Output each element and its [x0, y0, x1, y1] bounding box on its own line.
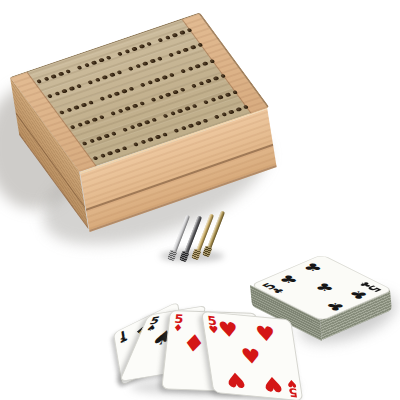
peg-hole[interactable] [177, 108, 184, 113]
peg-hole[interactable] [187, 66, 194, 71]
peg-hole[interactable] [131, 46, 138, 51]
peg-hole[interactable] [179, 87, 186, 92]
peg-hole[interactable] [46, 94, 53, 99]
peg-hole[interactable] [154, 77, 161, 82]
clubs-pip: ♣ [303, 262, 322, 273]
peg-hole[interactable] [128, 86, 135, 91]
peg-hole[interactable] [228, 109, 235, 114]
peg-hole[interactable] [99, 153, 106, 158]
peg-hole[interactable] [129, 125, 136, 130]
peg-hole[interactable] [99, 96, 106, 101]
peg-hole[interactable] [68, 86, 75, 91]
peg-hole[interactable] [161, 75, 168, 80]
peg-hole[interactable] [133, 142, 140, 147]
peg-hole[interactable] [194, 64, 201, 69]
peg-hole[interactable] [172, 33, 179, 38]
peg-hole[interactable] [96, 136, 103, 141]
peg-hole[interactable] [66, 107, 73, 112]
clubs-suit-icon: ♣ [119, 336, 129, 346]
peg-hole[interactable] [221, 112, 228, 117]
peg-hole[interactable] [124, 49, 131, 54]
peg-hole[interactable] [213, 76, 220, 81]
peg-hole[interactable] [140, 139, 147, 144]
peg-hole[interactable] [157, 56, 164, 61]
peg-hole[interactable] [165, 92, 172, 97]
peg-hole[interactable] [58, 71, 65, 76]
peg-hole[interactable] [83, 63, 90, 68]
peg-hole[interactable] [76, 84, 83, 89]
peg-hole[interactable] [154, 134, 161, 139]
peg-hole[interactable] [111, 131, 118, 136]
peg-hole[interactable] [76, 65, 83, 70]
peg-hole[interactable] [84, 120, 91, 125]
clubs-pip: ♣ [315, 282, 334, 293]
peg-hole[interactable] [142, 61, 149, 66]
hearts-pip: ♥ [224, 368, 247, 390]
hearts-pip: ♥ [240, 346, 263, 368]
peg-hole[interactable] [91, 60, 98, 65]
peg-hole-field [11, 14, 199, 78]
peg-hole[interactable] [139, 82, 146, 87]
peg-hole[interactable] [225, 92, 232, 97]
peg-hole[interactable] [36, 79, 43, 84]
peg-hole[interactable] [217, 95, 224, 100]
peg-hole[interactable] [135, 64, 142, 69]
card-index: 5♥ [286, 377, 299, 398]
peg-hole[interactable] [69, 125, 76, 130]
peg-hole[interactable] [169, 111, 176, 116]
card-index: J♣ [118, 329, 129, 346]
peg-hole[interactable] [198, 81, 205, 86]
peg-hole[interactable] [205, 78, 212, 83]
peg-hole[interactable] [149, 59, 156, 64]
peg-hole[interactable] [151, 117, 158, 122]
peg-hole[interactable] [121, 146, 128, 151]
peg-hole[interactable] [107, 151, 114, 156]
peg-hole[interactable] [195, 121, 202, 126]
peg-hole[interactable] [139, 44, 146, 49]
peg-hole[interactable] [88, 100, 95, 105]
peg-hole[interactable] [184, 106, 191, 111]
peg-hole[interactable] [188, 123, 195, 128]
peg-hole[interactable] [168, 52, 175, 57]
diamonds-suit-icon: ♦ [172, 324, 183, 333]
peg-hole[interactable] [116, 70, 123, 75]
peg-hole[interactable] [144, 120, 151, 125]
peg-hole[interactable] [162, 132, 169, 137]
peg-hole[interactable] [77, 122, 84, 127]
peg-hole[interactable] [65, 69, 72, 74]
peg-hole[interactable] [114, 148, 121, 153]
product-photo-stage: 5♣5♣♣♣♣♣♣ J♣5♠♠5♦♦5♥♥♥♥♥♥5♥ [0, 0, 400, 400]
peg-hole[interactable] [147, 137, 154, 142]
peg-hole[interactable] [235, 107, 242, 112]
peg-hole[interactable] [58, 110, 65, 115]
peg-hole[interactable] [103, 134, 110, 139]
peg-hole[interactable] [109, 72, 116, 77]
peg-hole[interactable] [203, 100, 210, 105]
peg-hole[interactable] [164, 35, 171, 40]
peg-hole[interactable] [94, 77, 101, 82]
peg-hole[interactable] [50, 74, 57, 79]
peg-hole[interactable] [106, 94, 113, 99]
peg-hole[interactable] [99, 115, 106, 120]
peg-hole[interactable] [162, 113, 169, 118]
peg-hole[interactable] [139, 101, 146, 106]
peg-hole[interactable] [117, 51, 124, 56]
peg-hole[interactable] [92, 156, 99, 161]
peg-hole[interactable] [150, 97, 157, 102]
peg-hole[interactable] [180, 69, 187, 74]
peg-hole[interactable] [173, 128, 180, 133]
peg-hole[interactable] [117, 108, 124, 113]
hearts-suit-icon: ♥ [286, 377, 297, 387]
peg-hole[interactable] [179, 30, 186, 35]
peg-hole[interactable] [89, 138, 96, 143]
peg-hole[interactable] [73, 105, 80, 110]
peg-hole[interactable] [210, 97, 217, 102]
peg-hole[interactable] [146, 41, 153, 46]
peg-hole[interactable] [191, 103, 198, 108]
peg-hole[interactable] [91, 117, 98, 122]
peg-hole[interactable] [102, 75, 109, 80]
peg-hole[interactable] [87, 80, 94, 85]
peg-hole[interactable] [190, 45, 197, 50]
hearts-pip: ♥ [262, 373, 285, 395]
card-5-hearts[interactable]: 5♥♥♥♥♥♥5♥ [201, 311, 303, 400]
peg-hole[interactable] [81, 141, 88, 146]
peg-hole[interactable] [80, 102, 87, 107]
board-end-cap-right [182, 14, 268, 114]
peg-hole[interactable] [175, 50, 182, 55]
peg-hole[interactable] [105, 55, 112, 60]
peg-hole[interactable] [172, 90, 179, 95]
hearts-pip: ♥ [217, 319, 240, 341]
peg-hole[interactable] [61, 89, 68, 94]
peg-hole[interactable] [202, 61, 209, 66]
peg-hole[interactable] [191, 83, 198, 88]
peg-hole[interactable] [180, 126, 187, 131]
peg-hole[interactable] [136, 122, 143, 127]
peg-hole[interactable] [124, 106, 131, 111]
clubs-suit-icon: ♣ [270, 287, 288, 295]
card-index: 5♦ [172, 314, 184, 333]
peg-hole[interactable] [157, 38, 164, 43]
peg-hole[interactable] [121, 89, 128, 94]
peg-hole[interactable] [110, 111, 117, 116]
peg-hole[interactable] [122, 127, 129, 132]
peg-hole[interactable] [98, 58, 105, 63]
peg-hole[interactable] [169, 72, 176, 77]
peg-hole[interactable] [114, 91, 121, 96]
peg-hole[interactable] [157, 95, 164, 100]
peg-hole[interactable] [182, 47, 189, 52]
diamonds-pip: ♦ [181, 331, 207, 355]
peg-hole[interactable] [132, 103, 139, 108]
peg-hole[interactable] [147, 80, 154, 85]
clubs-pip: ♣ [326, 301, 345, 312]
peg-hole[interactable] [54, 91, 61, 96]
clubs-pip: ♣ [349, 289, 368, 300]
clubs-suit-icon: ♣ [356, 280, 374, 288]
peg-hole[interactable] [202, 118, 209, 123]
peg-hole[interactable] [43, 76, 50, 81]
hearts-pip: ♥ [254, 323, 277, 345]
clubs-pip: ♣ [279, 274, 298, 285]
peg-hole[interactable] [213, 114, 220, 119]
peg-hole[interactable] [127, 66, 134, 71]
